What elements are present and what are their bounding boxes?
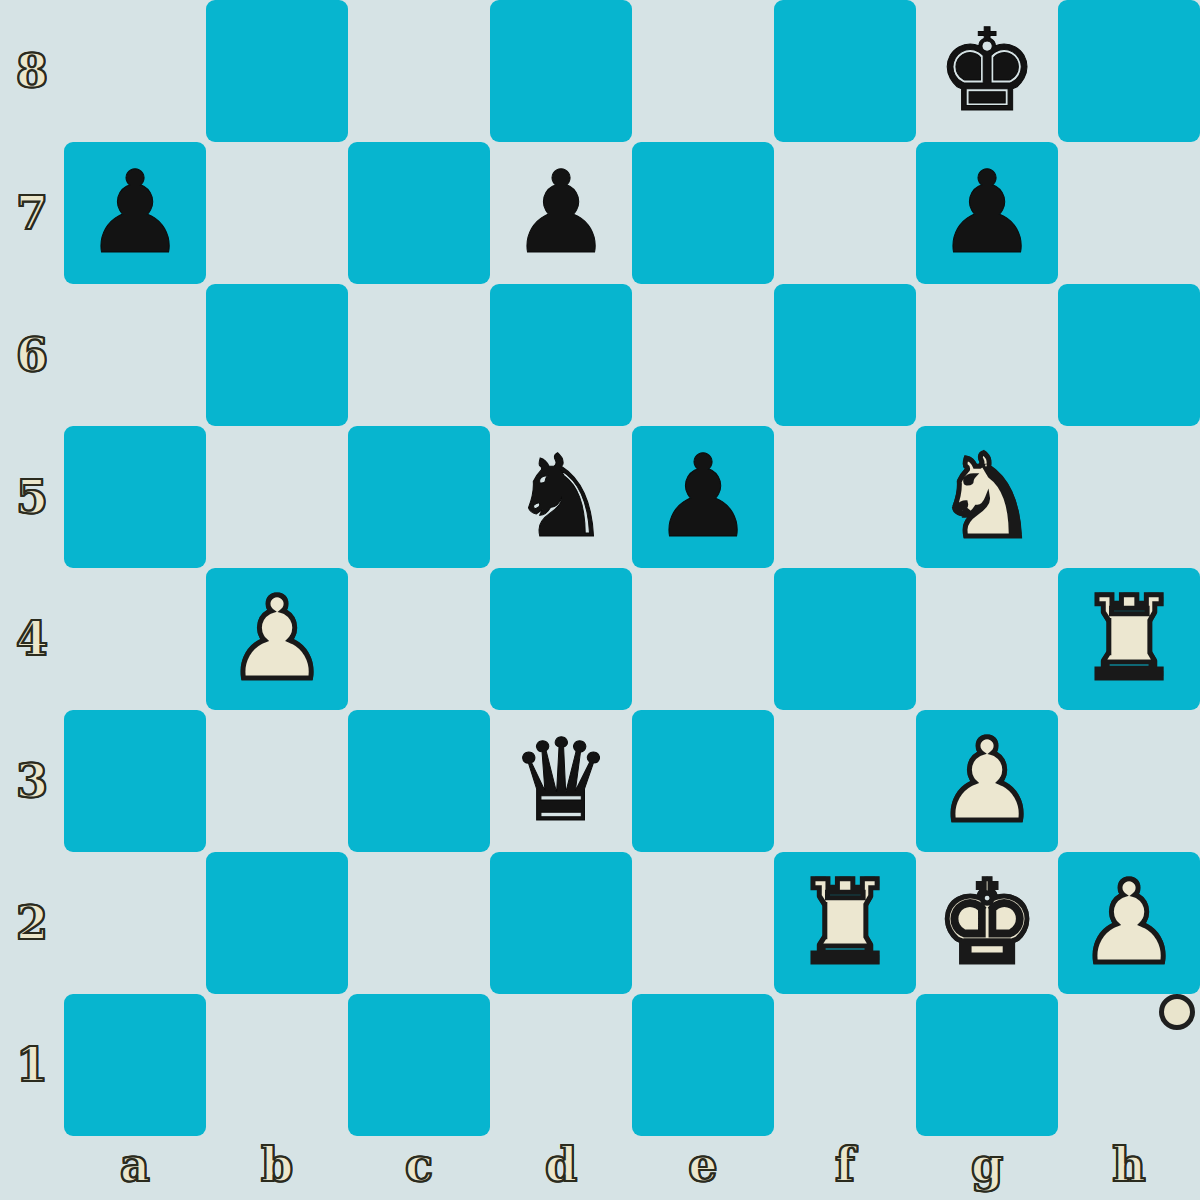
square-g8[interactable]: ♚: [916, 0, 1058, 142]
square-g1[interactable]: [916, 994, 1058, 1136]
square-h8[interactable]: [1058, 0, 1200, 142]
square-f3[interactable]: [774, 710, 916, 852]
rank-label-5: 5: [0, 426, 64, 568]
piece-black-knight[interactable]: ♞: [510, 440, 612, 554]
square-e8[interactable]: [632, 0, 774, 142]
square-d4[interactable]: [490, 568, 632, 710]
square-c4[interactable]: [348, 568, 490, 710]
square-h2[interactable]: ♟: [1058, 852, 1200, 994]
square-g4[interactable]: [916, 568, 1058, 710]
square-e7[interactable]: [632, 142, 774, 284]
square-e2[interactable]: [632, 852, 774, 994]
file-labels: abcdefgh: [64, 1136, 1200, 1200]
square-a2[interactable]: [64, 852, 206, 994]
square-a8[interactable]: [64, 0, 206, 142]
square-g3[interactable]: ♟: [916, 710, 1058, 852]
square-d8[interactable]: [490, 0, 632, 142]
rank-label-8: 8: [0, 0, 64, 142]
file-label-a: a: [64, 1136, 206, 1200]
square-d1[interactable]: [490, 994, 632, 1136]
square-b1[interactable]: [206, 994, 348, 1136]
square-b2[interactable]: [206, 852, 348, 994]
square-h7[interactable]: [1058, 142, 1200, 284]
square-b4[interactable]: ♟: [206, 568, 348, 710]
square-f4[interactable]: [774, 568, 916, 710]
square-b8[interactable]: [206, 0, 348, 142]
square-f2[interactable]: ♜: [774, 852, 916, 994]
piece-white-rook[interactable]: ♜: [1078, 582, 1180, 696]
piece-black-pawn[interactable]: ♟: [510, 156, 612, 270]
rank-label-4: 4: [0, 568, 64, 710]
square-d3[interactable]: ♛: [490, 710, 632, 852]
square-b6[interactable]: [206, 284, 348, 426]
square-a6[interactable]: [64, 284, 206, 426]
piece-white-pawn[interactable]: ♟: [936, 724, 1038, 838]
square-a7[interactable]: ♟: [64, 142, 206, 284]
rank-label-7: 7: [0, 142, 64, 284]
square-c2[interactable]: [348, 852, 490, 994]
square-e4[interactable]: [632, 568, 774, 710]
square-b3[interactable]: [206, 710, 348, 852]
file-label-f: f: [774, 1136, 916, 1200]
square-h4[interactable]: ♜: [1058, 568, 1200, 710]
chess-diagram: 87654321 ♚♟♟♟♞♟♞♟♜♛♟♜♚♟ abcdefgh: [0, 0, 1200, 1200]
square-c6[interactable]: [348, 284, 490, 426]
piece-white-rook[interactable]: ♜: [794, 866, 896, 980]
file-label-g: g: [916, 1136, 1058, 1200]
square-f6[interactable]: [774, 284, 916, 426]
square-a5[interactable]: [64, 426, 206, 568]
square-c7[interactable]: [348, 142, 490, 284]
piece-black-pawn[interactable]: ♟: [936, 156, 1038, 270]
square-c5[interactable]: [348, 426, 490, 568]
square-f1[interactable]: [774, 994, 916, 1136]
rank-label-1: 1: [0, 994, 64, 1136]
square-f7[interactable]: [774, 142, 916, 284]
piece-white-king[interactable]: ♚: [936, 866, 1038, 980]
square-c3[interactable]: [348, 710, 490, 852]
file-label-h: h: [1058, 1136, 1200, 1200]
rank-label-3: 3: [0, 710, 64, 852]
square-g6[interactable]: [916, 284, 1058, 426]
square-a1[interactable]: [64, 994, 206, 1136]
square-f5[interactable]: [774, 426, 916, 568]
file-label-e: e: [632, 1136, 774, 1200]
piece-black-king[interactable]: ♚: [936, 14, 1038, 128]
piece-black-pawn[interactable]: ♟: [652, 440, 754, 554]
square-b5[interactable]: [206, 426, 348, 568]
piece-white-pawn[interactable]: ♟: [1078, 866, 1180, 980]
square-f8[interactable]: [774, 0, 916, 142]
square-h3[interactable]: [1058, 710, 1200, 852]
file-label-c: c: [348, 1136, 490, 1200]
rank-label-2: 2: [0, 852, 64, 994]
white-to-move-indicator: [1159, 994, 1195, 1030]
square-d5[interactable]: ♞: [490, 426, 632, 568]
square-a3[interactable]: [64, 710, 206, 852]
square-e1[interactable]: [632, 994, 774, 1136]
square-c1[interactable]: [348, 994, 490, 1136]
file-label-d: d: [490, 1136, 632, 1200]
rank-labels: 87654321: [0, 0, 64, 1136]
file-label-b: b: [206, 1136, 348, 1200]
square-e5[interactable]: ♟: [632, 426, 774, 568]
square-c8[interactable]: [348, 0, 490, 142]
square-h6[interactable]: [1058, 284, 1200, 426]
square-b7[interactable]: [206, 142, 348, 284]
chessboard-grid: ♚♟♟♟♞♟♞♟♜♛♟♜♚♟: [64, 0, 1200, 1136]
square-e6[interactable]: [632, 284, 774, 426]
square-g7[interactable]: ♟: [916, 142, 1058, 284]
square-g5[interactable]: ♞: [916, 426, 1058, 568]
square-g2[interactable]: ♚: [916, 852, 1058, 994]
piece-white-knight[interactable]: ♞: [936, 440, 1038, 554]
square-d7[interactable]: ♟: [490, 142, 632, 284]
piece-black-pawn[interactable]: ♟: [84, 156, 186, 270]
square-a4[interactable]: [64, 568, 206, 710]
piece-black-queen[interactable]: ♛: [510, 724, 612, 838]
square-d2[interactable]: [490, 852, 632, 994]
piece-white-pawn[interactable]: ♟: [226, 582, 328, 696]
square-h5[interactable]: [1058, 426, 1200, 568]
rank-label-6: 6: [0, 284, 64, 426]
square-d6[interactable]: [490, 284, 632, 426]
square-e3[interactable]: [632, 710, 774, 852]
